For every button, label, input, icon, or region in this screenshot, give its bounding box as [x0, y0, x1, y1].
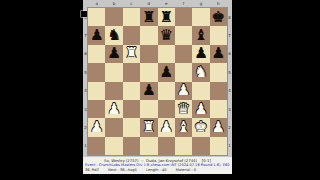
square-e3: [158, 100, 175, 118]
square-f8: [175, 8, 192, 26]
square-f7: [175, 26, 192, 44]
piece-white-rook-d2: ♜: [142, 119, 155, 134]
square-e5: ♟: [158, 63, 175, 81]
rank-label-8: 8: [227, 8, 232, 26]
square-c4: [123, 82, 140, 100]
piece-white-bishop-f2: ♝: [177, 119, 190, 134]
piece-white-pawn-e2: ♟: [159, 119, 172, 134]
file-label-f: f: [175, 1, 192, 7]
chess-board: ♜♜♚♟♞♛♝♟♜♟♟♟♞♟♟♟♛♟♟♜♟♝♚♟: [88, 8, 227, 155]
rank-label-3: 3: [227, 100, 232, 118]
square-a1: [88, 137, 105, 155]
square-g4: [192, 82, 209, 100]
piece-black-rook-d8: ♜: [142, 9, 155, 24]
square-d3: [140, 100, 157, 118]
piece-black-pawn-g6: ♟: [194, 46, 207, 61]
square-d4: ♟: [140, 82, 157, 100]
square-g1: [192, 137, 209, 155]
square-h2: ♟: [210, 118, 227, 136]
square-e8: ♜: [158, 8, 175, 26]
piece-black-pawn-a7: ♟: [90, 28, 103, 43]
piece-white-rook-c6: ♜: [125, 46, 138, 61]
piece-black-rook-e8: ♜: [159, 9, 172, 24]
square-c8: [123, 8, 140, 26]
square-f3: ♛: [175, 100, 192, 118]
rank-label-7: 7: [227, 26, 232, 44]
square-b5: [105, 63, 122, 81]
file-label-h: h: [210, 1, 227, 7]
piece-black-pawn-e5: ♟: [159, 64, 172, 79]
rank-labels-right: 87654321: [227, 8, 232, 155]
square-h8: ♚: [210, 8, 227, 26]
rank-label-6: 6: [227, 45, 232, 63]
board-frame: abcdefgh abcdefgh 87654321 87654321 ♜♜♚♟…: [83, 0, 232, 174]
square-b4: [105, 82, 122, 100]
piece-white-pawn-b3: ♟: [107, 101, 120, 116]
piece-white-pawn-h2: ♟: [212, 119, 225, 134]
square-h6: ♟: [210, 45, 227, 63]
piece-white-pawn-f4: ♟: [177, 83, 190, 98]
square-d6: [140, 45, 157, 63]
piece-white-queen-f3: ♛: [177, 101, 190, 116]
square-h3: [210, 100, 227, 118]
piece-white-knight-g5: ♞: [194, 64, 207, 79]
square-a7: ♟: [88, 26, 105, 44]
square-e1: [158, 137, 175, 155]
square-d7: [140, 26, 157, 44]
piece-black-pawn-h6: ♟: [212, 46, 225, 61]
piece-black-pawn-b6: ♟: [107, 46, 120, 61]
square-g8: [192, 8, 209, 26]
rank-label-1: 1: [227, 137, 232, 155]
square-h4: [210, 82, 227, 100]
rank-label-2: 2: [227, 118, 232, 136]
caption-panel: So, Wesley (2757) -- Duda, Jan-Krzysztof…: [83, 157, 232, 174]
square-a4: [88, 82, 105, 100]
square-c3: [123, 100, 140, 118]
square-g6: ♟: [192, 45, 209, 63]
square-e7: ♛: [158, 26, 175, 44]
players-line: So, Wesley (2757) -- Duda, Jan-Krzysztof…: [83, 158, 232, 163]
square-a5: [88, 63, 105, 81]
file-label-b: b: [105, 1, 122, 7]
square-c2: [123, 118, 140, 136]
square-a6: [88, 45, 105, 63]
file-label-c: c: [123, 1, 140, 7]
piece-black-knight-b7: ♞: [107, 28, 120, 43]
square-b6: ♟: [105, 45, 122, 63]
square-h5: [210, 63, 227, 81]
square-a8: [88, 8, 105, 26]
file-label-a: a: [88, 1, 105, 7]
square-b7: ♞: [105, 26, 122, 44]
square-a2: ♟: [88, 118, 105, 136]
rank-label-5: 5: [227, 63, 232, 81]
square-b2: [105, 118, 122, 136]
square-g7: ♝: [192, 26, 209, 44]
square-f2: ♝: [175, 118, 192, 136]
square-e6: [158, 45, 175, 63]
square-h7: [210, 26, 227, 44]
square-b8: [105, 8, 122, 26]
black-to-move-indicator: [81, 11, 87, 17]
square-d5: [140, 63, 157, 81]
square-e2: ♟: [158, 118, 175, 136]
square-f5: [175, 63, 192, 81]
piece-white-king-g2: ♚: [194, 119, 207, 134]
square-e4: [158, 82, 175, 100]
square-d2: ♜: [140, 118, 157, 136]
piece-black-bishop-g7: ♝: [194, 28, 207, 43]
piece-white-pawn-a2: ♟: [90, 119, 103, 134]
square-b1: [105, 137, 122, 155]
square-h1: [210, 137, 227, 155]
square-a3: [88, 100, 105, 118]
square-f4: ♟: [175, 82, 192, 100]
video-frame: abcdefgh abcdefgh 87654321 87654321 ♜♜♚♟…: [0, 0, 320, 180]
square-d8: ♜: [140, 8, 157, 26]
rank-label-4: 4: [227, 82, 232, 100]
square-b3: ♟: [105, 100, 122, 118]
square-f1: [175, 137, 192, 155]
square-d1: [140, 137, 157, 155]
square-g5: ♞: [192, 63, 209, 81]
square-g2: ♚: [192, 118, 209, 136]
file-labels-top: abcdefgh: [88, 1, 227, 7]
file-label-d: d: [140, 1, 157, 7]
piece-black-pawn-d4: ♟: [142, 83, 155, 98]
piece-white-pawn-g3: ♟: [194, 101, 207, 116]
square-f6: [175, 45, 192, 63]
file-label-g: g: [192, 1, 209, 7]
piece-black-king-h8: ♚: [212, 9, 225, 24]
square-c7: [123, 26, 140, 44]
square-c6: ♜: [123, 45, 140, 63]
piece-black-queen-e7: ♛: [159, 28, 172, 43]
info-line: 36. Rd2 Next : 36...hxg5 Length : 40 Mat…: [83, 168, 232, 173]
file-label-e: e: [158, 1, 175, 7]
square-c1: [123, 137, 140, 155]
square-g3: ♟: [192, 100, 209, 118]
square-c5: [123, 63, 140, 81]
